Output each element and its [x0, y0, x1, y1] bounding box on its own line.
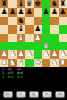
- go-to-end-button[interactable]: >|: [55, 91, 65, 98]
- square-h6[interactable]: [59, 17, 67, 25]
- piece-black-P: ♟: [59, 8, 66, 16]
- forward-button[interactable]: >: [42, 91, 52, 98]
- square-h4[interactable]: [59, 34, 67, 42]
- square-f6[interactable]: [42, 17, 50, 25]
- square-f2[interactable]: ♟: [42, 50, 50, 58]
- back-button[interactable]: <: [16, 91, 26, 98]
- piece-white-R: ♜: [59, 59, 66, 67]
- square-e3[interactable]: [34, 42, 42, 50]
- square-d1[interactable]: [25, 59, 33, 67]
- square-d7[interactable]: ♟: [25, 8, 33, 16]
- square-e4[interactable]: ♟: [34, 34, 42, 42]
- square-a1[interactable]: ♜: [0, 59, 8, 67]
- square-g1[interactable]: ♞: [50, 59, 58, 67]
- square-a6[interactable]: [0, 17, 8, 25]
- square-d4[interactable]: [25, 34, 33, 42]
- piece-white-P: ♟: [43, 50, 50, 58]
- square-e7[interactable]: [34, 8, 42, 16]
- square-b1[interactable]: ♞: [8, 59, 16, 67]
- square-e1[interactable]: ♚: [34, 59, 42, 67]
- square-b6[interactable]: [8, 17, 16, 25]
- square-b5[interactable]: [8, 25, 16, 33]
- square-a4[interactable]: [0, 34, 8, 42]
- piece-white-K: ♚: [34, 59, 41, 67]
- piece-black-P: ♟: [9, 8, 16, 16]
- piece-white-P: ♟: [26, 50, 33, 58]
- square-a7[interactable]: ♟: [0, 8, 8, 16]
- square-b4[interactable]: [8, 34, 16, 42]
- square-g6[interactable]: [50, 17, 58, 25]
- square-h5[interactable]: [59, 25, 67, 33]
- square-d6[interactable]: [25, 17, 33, 25]
- piece-white-N: ♞: [51, 59, 58, 67]
- piece-black-K: ♚: [34, 0, 41, 8]
- square-e8[interactable]: ♚: [34, 0, 42, 8]
- piece-white-R: ♜: [1, 59, 8, 67]
- square-f7[interactable]: ♟: [42, 8, 50, 16]
- move-list: 1. e4 e5 2. Qf3 Nc6 3. Bc4 Bc5: [0, 67, 67, 87]
- square-h1[interactable]: ♜: [59, 59, 67, 67]
- square-d2[interactable]: ♟: [25, 50, 33, 58]
- square-f1[interactable]: [42, 59, 50, 67]
- go-to-start-button[interactable]: |<: [3, 91, 13, 98]
- piece-white-N: ♞: [9, 59, 16, 67]
- square-g5[interactable]: [50, 25, 58, 33]
- square-c1[interactable]: ♝: [17, 59, 25, 67]
- navigation-bar: |<<||>>|: [0, 88, 67, 100]
- piece-white-B: ♝: [17, 59, 24, 67]
- piece-black-P: ♟: [26, 8, 33, 16]
- piece-white-P: ♟: [34, 34, 41, 42]
- square-d5[interactable]: [25, 25, 33, 33]
- pause-button[interactable]: ||: [29, 91, 39, 98]
- piece-black-P: ♟: [51, 8, 58, 16]
- chess-board[interactable]: ♜♝♛♚♞♜♟♟♟♟♟♟♟♞♝♟♝♟♛♟♟♟♟♟♟♟♜♞♝♚♞♜: [0, 0, 67, 67]
- square-g4[interactable]: [50, 34, 58, 42]
- piece-white-B: ♝: [17, 34, 24, 42]
- piece-black-P: ♟: [1, 8, 8, 16]
- square-c4[interactable]: ♝: [17, 34, 25, 42]
- square-f5[interactable]: [42, 25, 50, 33]
- square-a5[interactable]: [0, 25, 8, 33]
- square-b7[interactable]: ♟: [8, 8, 16, 16]
- square-g7[interactable]: ♟: [50, 8, 58, 16]
- piece-black-P: ♟: [43, 8, 50, 16]
- square-h7[interactable]: ♟: [59, 8, 67, 16]
- move-list-current: 3. Bc4 Bc5: [2, 75, 23, 79]
